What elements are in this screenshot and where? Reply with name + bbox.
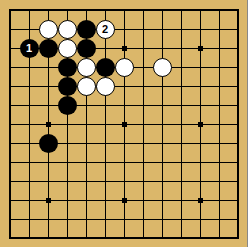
stone-black[interactable]: [39, 39, 58, 58]
stone-white[interactable]: [77, 58, 96, 77]
stone-white[interactable]: 2: [96, 20, 115, 39]
stone-black[interactable]: [77, 39, 96, 58]
stone-black[interactable]: [96, 58, 115, 77]
star-point: [191, 191, 210, 210]
star-point-dot: [198, 46, 203, 51]
star-point: [191, 115, 210, 134]
star-point: [39, 191, 58, 210]
stone-black[interactable]: [58, 77, 77, 96]
stone-white[interactable]: [58, 20, 77, 39]
star-point-dot: [198, 198, 203, 203]
move-number-label: 2: [102, 24, 108, 35]
stone-white[interactable]: [96, 77, 115, 96]
stone-white[interactable]: [58, 39, 77, 58]
stone-black[interactable]: [58, 96, 77, 115]
stone-white[interactable]: [39, 20, 58, 39]
star-point-dot: [46, 198, 51, 203]
stone-white[interactable]: [115, 58, 134, 77]
stone-black[interactable]: 1: [20, 39, 39, 58]
star-point-dot: [122, 46, 127, 51]
stone-black[interactable]: [58, 58, 77, 77]
stone-white[interactable]: [153, 58, 172, 77]
stone-black[interactable]: [77, 20, 96, 39]
star-point: [115, 115, 134, 134]
star-point: [115, 39, 134, 58]
star-point-dot: [198, 122, 203, 127]
move-number-label: 1: [26, 43, 32, 54]
star-point: [191, 39, 210, 58]
stone-white[interactable]: [77, 77, 96, 96]
star-point-dot: [46, 122, 51, 127]
star-point: [115, 191, 134, 210]
star-point-dot: [122, 198, 127, 203]
go-board[interactable]: 21: [1, 1, 248, 247]
star-point: [39, 115, 58, 134]
star-point-dot: [122, 122, 127, 127]
stone-black[interactable]: [39, 134, 58, 153]
go-diagram: 21: [0, 0, 247, 247]
